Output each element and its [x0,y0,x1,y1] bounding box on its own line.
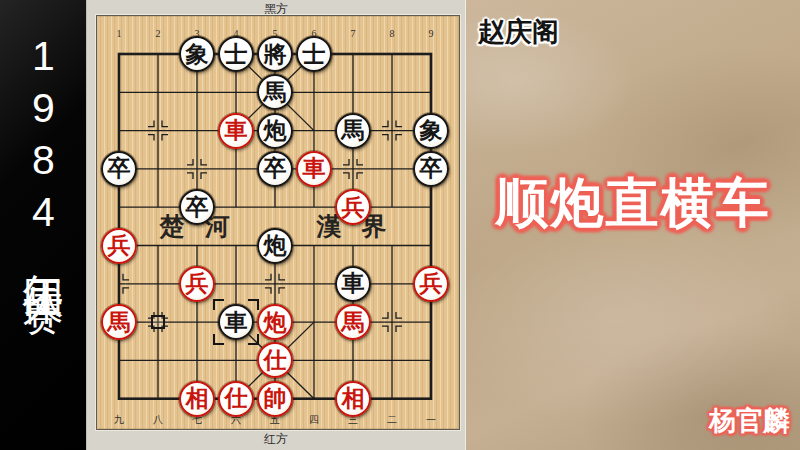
file-number-top: 8 [390,28,395,39]
piece-red-相[interactable]: 相 [335,381,371,417]
file-number-bottom: 八 [153,413,163,427]
piece-black-馬[interactable]: 馬 [335,113,371,149]
river-label: 楚 [159,212,185,240]
piece-black-卒[interactable]: 卒 [413,151,449,187]
black-player-name: 赵庆阁 [478,14,559,50]
file-number-top: 9 [429,28,434,39]
info-panel: 赵庆阁 顺炮直横车 杨官麟 [466,0,800,450]
red-side-label: 红方 [86,431,466,448]
xiangqi-board[interactable]: 楚河漢界 123456789九八七六五四三二一 象士將士馬車炮馬象卒卒車卒卒兵兵… [96,15,460,430]
event-sidebar: 1984年团体赛 [0,0,86,450]
file-number-bottom: 二 [387,413,397,427]
file-number-top: 2 [156,28,161,39]
file-number-top: 1 [117,28,122,39]
piece-black-車[interactable]: 車 [335,266,371,302]
piece-red-馬[interactable]: 馬 [335,304,371,340]
piece-red-兵[interactable]: 兵 [101,228,137,264]
piece-red-兵[interactable]: 兵 [179,266,215,302]
piece-black-卒[interactable]: 卒 [179,189,215,225]
piece-black-卒[interactable]: 卒 [257,151,293,187]
piece-red-相[interactable]: 相 [179,381,215,417]
piece-red-兵[interactable]: 兵 [335,189,371,225]
file-number-bottom: 一 [426,413,436,427]
piece-black-車[interactable]: 車 [218,304,254,340]
piece-red-兵[interactable]: 兵 [413,266,449,302]
piece-black-將[interactable]: 將 [257,36,293,72]
piece-black-士[interactable]: 士 [218,36,254,72]
board-window: 黑方 楚河漢界 123456789九八七六五四三二一 象士將士馬車炮馬象卒卒車卒… [86,0,466,450]
piece-red-帥[interactable]: 帥 [257,381,293,417]
piece-black-象[interactable]: 象 [413,113,449,149]
last-move-from-marker [151,315,165,329]
piece-red-炮[interactable]: 炮 [257,304,293,340]
opening-headline: 顺炮直横车 [466,168,800,240]
piece-black-炮[interactable]: 炮 [257,228,293,264]
event-title: 1984年团体赛 [23,33,64,450]
red-player-name: 杨官麟 [709,403,790,439]
piece-black-士[interactable]: 士 [296,36,332,72]
piece-red-仕[interactable]: 仕 [218,381,254,417]
piece-black-炮[interactable]: 炮 [257,113,293,149]
piece-black-卒[interactable]: 卒 [101,151,137,187]
file-number-bottom: 九 [114,413,124,427]
file-number-top: 7 [351,28,356,39]
piece-red-車[interactable]: 車 [218,113,254,149]
file-number-bottom: 四 [309,413,319,427]
piece-black-象[interactable]: 象 [179,36,215,72]
piece-red-車[interactable]: 車 [296,151,332,187]
piece-red-馬[interactable]: 馬 [101,304,137,340]
